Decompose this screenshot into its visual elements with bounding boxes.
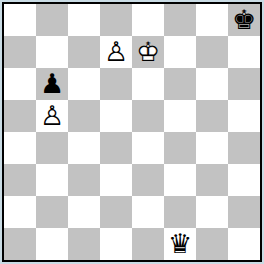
square-h1[interactable] [228,228,260,260]
square-c2[interactable] [68,196,100,228]
square-d4[interactable] [100,132,132,164]
square-b4[interactable] [36,132,68,164]
black-pawn: ♟ [36,68,68,100]
square-f3[interactable] [164,164,196,196]
square-h3[interactable] [228,164,260,196]
square-a3[interactable] [4,164,36,196]
square-c5[interactable] [68,100,100,132]
square-e5[interactable] [132,100,164,132]
square-h2[interactable] [228,196,260,228]
square-e4[interactable] [132,132,164,164]
square-c6[interactable] [68,68,100,100]
square-d7[interactable]: ♟♙ [100,36,132,68]
square-e7[interactable]: ♚♔ [132,36,164,68]
square-e1[interactable] [132,228,164,260]
black-queen: ♛ [164,228,196,260]
square-c3[interactable] [68,164,100,196]
square-a8[interactable] [4,4,36,36]
square-d6[interactable] [100,68,132,100]
square-a6[interactable] [4,68,36,100]
chessboard-frame: ♚♟♙♚♔♟♟♙♛ [2,2,262,262]
square-h7[interactable] [228,36,260,68]
square-f4[interactable] [164,132,196,164]
square-d8[interactable] [100,4,132,36]
square-e3[interactable] [132,164,164,196]
square-d1[interactable] [100,228,132,260]
square-g7[interactable] [196,36,228,68]
square-f2[interactable] [164,196,196,228]
square-b5[interactable]: ♟♙ [36,100,68,132]
black-king: ♚ [228,4,260,36]
square-c1[interactable] [68,228,100,260]
square-f5[interactable] [164,100,196,132]
square-h6[interactable] [228,68,260,100]
square-a2[interactable] [4,196,36,228]
square-d2[interactable] [100,196,132,228]
square-g1[interactable] [196,228,228,260]
square-b1[interactable] [36,228,68,260]
white-pawn: ♙ [100,36,132,68]
square-e8[interactable] [132,4,164,36]
square-b3[interactable] [36,164,68,196]
square-h4[interactable] [228,132,260,164]
square-c7[interactable] [68,36,100,68]
square-h5[interactable] [228,100,260,132]
square-e2[interactable] [132,196,164,228]
chessboard: ♚♟♙♚♔♟♟♙♛ [4,4,260,260]
white-pawn: ♙ [36,100,68,132]
square-g4[interactable] [196,132,228,164]
square-g6[interactable] [196,68,228,100]
square-d5[interactable] [100,100,132,132]
square-a5[interactable] [4,100,36,132]
square-e6[interactable] [132,68,164,100]
square-b8[interactable] [36,4,68,36]
square-f6[interactable] [164,68,196,100]
square-a4[interactable] [4,132,36,164]
white-king: ♔ [132,36,164,68]
square-g8[interactable] [196,4,228,36]
square-b2[interactable] [36,196,68,228]
square-g3[interactable] [196,164,228,196]
square-a7[interactable] [4,36,36,68]
square-f8[interactable] [164,4,196,36]
square-c8[interactable] [68,4,100,36]
square-b7[interactable] [36,36,68,68]
square-f7[interactable] [164,36,196,68]
square-d3[interactable] [100,164,132,196]
square-f1[interactable]: ♛ [164,228,196,260]
square-h8[interactable]: ♚ [228,4,260,36]
square-a1[interactable] [4,228,36,260]
square-b6[interactable]: ♟ [36,68,68,100]
square-g5[interactable] [196,100,228,132]
square-c4[interactable] [68,132,100,164]
square-g2[interactable] [196,196,228,228]
